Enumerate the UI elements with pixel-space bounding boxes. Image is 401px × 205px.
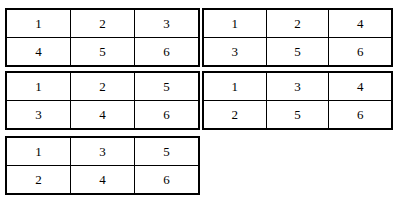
tableau-4-cell-r1c3: 4 xyxy=(329,73,391,100)
young-tableaux-diagram: 1 2 3 4 5 6 1 2 4 3 5 6 1 2 5 3 4 6 1 3 … xyxy=(0,0,401,205)
tableau-3-cell-r2c3: 6 xyxy=(135,101,198,128)
tableau-1-cell-r2c3: 6 xyxy=(135,38,198,65)
tableau-4-cell-r1c2: 3 xyxy=(267,73,329,100)
tableau-5-cell-r1c2: 3 xyxy=(71,138,134,165)
tableau-5-cell-r2c3: 6 xyxy=(135,166,198,193)
tableau-5-cell-r1c1: 1 xyxy=(7,138,70,165)
tableau-4-cell-r2c1: 2 xyxy=(204,101,266,128)
tableau-2-cell-r2c2: 5 xyxy=(267,38,329,65)
young-tableau-2: 1 2 4 3 5 6 xyxy=(202,8,393,67)
tableau-3-cell-r1c3: 5 xyxy=(135,73,198,100)
tableau-1-cell-r2c1: 4 xyxy=(7,38,70,65)
tableau-2-cell-r1c1: 1 xyxy=(204,10,266,37)
young-tableau-5: 1 3 5 2 4 6 xyxy=(5,136,200,195)
tableau-1-cell-r1c2: 2 xyxy=(71,10,134,37)
tableau-3-cell-r1c1: 1 xyxy=(7,73,70,100)
tableau-2-cell-r2c1: 3 xyxy=(204,38,266,65)
young-tableau-4: 1 3 4 2 5 6 xyxy=(202,71,393,130)
tableau-5-cell-r1c3: 5 xyxy=(135,138,198,165)
tableau-4-cell-r2c2: 5 xyxy=(267,101,329,128)
tableau-4-cell-r2c3: 6 xyxy=(329,101,391,128)
tableau-2-cell-r2c3: 6 xyxy=(329,38,391,65)
tableau-3-cell-r2c2: 4 xyxy=(71,101,134,128)
tableau-3-cell-r1c2: 2 xyxy=(71,73,134,100)
tableau-4-cell-r1c1: 1 xyxy=(204,73,266,100)
tableau-1-cell-r1c3: 3 xyxy=(135,10,198,37)
tableau-2-cell-r1c3: 4 xyxy=(329,10,391,37)
young-tableau-1: 1 2 3 4 5 6 xyxy=(5,8,200,67)
tableau-5-cell-r2c2: 4 xyxy=(71,166,134,193)
tableau-1-cell-r2c2: 5 xyxy=(71,38,134,65)
tableau-5-cell-r2c1: 2 xyxy=(7,166,70,193)
tableau-2-cell-r1c2: 2 xyxy=(267,10,329,37)
tableau-3-cell-r2c1: 3 xyxy=(7,101,70,128)
tableau-1-cell-r1c1: 1 xyxy=(7,10,70,37)
young-tableau-3: 1 2 5 3 4 6 xyxy=(5,71,200,130)
